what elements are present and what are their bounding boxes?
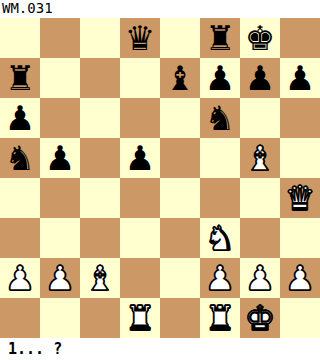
square-b2[interactable]: ♟ xyxy=(40,258,80,298)
square-c4[interactable] xyxy=(80,178,120,218)
square-h6[interactable] xyxy=(280,98,320,138)
square-e8[interactable] xyxy=(160,18,200,58)
square-a6[interactable]: ♟ xyxy=(0,98,40,138)
square-a7[interactable]: ♜ xyxy=(0,58,40,98)
square-e1[interactable] xyxy=(160,298,200,338)
square-b3[interactable] xyxy=(40,218,80,258)
piece-white-knight[interactable]: ♞ xyxy=(205,218,235,258)
square-a3[interactable] xyxy=(0,218,40,258)
piece-black-queen[interactable]: ♛ xyxy=(125,18,155,58)
square-c5[interactable] xyxy=(80,138,120,178)
square-d2[interactable] xyxy=(120,258,160,298)
square-g3[interactable] xyxy=(240,218,280,258)
square-f6[interactable]: ♞ xyxy=(200,98,240,138)
square-d3[interactable] xyxy=(120,218,160,258)
square-c8[interactable] xyxy=(80,18,120,58)
piece-white-rook[interactable]: ♜ xyxy=(125,298,155,338)
square-d6[interactable] xyxy=(120,98,160,138)
square-g8[interactable]: ♚ xyxy=(240,18,280,58)
piece-black-bishop[interactable]: ♝ xyxy=(165,58,195,98)
square-e3[interactable] xyxy=(160,218,200,258)
square-f2[interactable]: ♟ xyxy=(200,258,240,298)
square-e7[interactable]: ♝ xyxy=(160,58,200,98)
square-f7[interactable]: ♟ xyxy=(200,58,240,98)
square-d1[interactable]: ♜ xyxy=(120,298,160,338)
square-f8[interactable]: ♜ xyxy=(200,18,240,58)
square-g7[interactable]: ♟ xyxy=(240,58,280,98)
piece-black-pawn[interactable]: ♟ xyxy=(125,138,155,178)
square-c6[interactable] xyxy=(80,98,120,138)
piece-black-knight[interactable]: ♞ xyxy=(205,98,235,138)
square-e6[interactable] xyxy=(160,98,200,138)
piece-white-bishop[interactable]: ♝ xyxy=(245,138,275,178)
square-f4[interactable] xyxy=(200,178,240,218)
square-a2[interactable]: ♟ xyxy=(0,258,40,298)
square-g4[interactable] xyxy=(240,178,280,218)
piece-black-king[interactable]: ♚ xyxy=(245,18,275,58)
square-a5[interactable]: ♞ xyxy=(0,138,40,178)
square-g2[interactable]: ♟ xyxy=(240,258,280,298)
square-c2[interactable]: ♝ xyxy=(80,258,120,298)
square-f5[interactable] xyxy=(200,138,240,178)
square-a1[interactable] xyxy=(0,298,40,338)
square-f1[interactable]: ♜ xyxy=(200,298,240,338)
piece-white-pawn[interactable]: ♟ xyxy=(245,258,275,298)
piece-black-rook[interactable]: ♜ xyxy=(5,58,35,98)
square-f3[interactable]: ♞ xyxy=(200,218,240,258)
square-h4[interactable]: ♛ xyxy=(280,178,320,218)
square-c3[interactable] xyxy=(80,218,120,258)
square-b5[interactable]: ♟ xyxy=(40,138,80,178)
chess-board: ♛♜♚♜♝♟♟♟♟♞♞♟♟♝♛♞♟♟♝♟♟♟♜♜♚ xyxy=(0,18,320,338)
square-d7[interactable] xyxy=(120,58,160,98)
square-b6[interactable] xyxy=(40,98,80,138)
square-h3[interactable] xyxy=(280,218,320,258)
square-b8[interactable] xyxy=(40,18,80,58)
square-h1[interactable] xyxy=(280,298,320,338)
piece-white-king[interactable]: ♚ xyxy=(245,298,275,338)
square-e2[interactable] xyxy=(160,258,200,298)
square-b4[interactable] xyxy=(40,178,80,218)
piece-white-pawn[interactable]: ♟ xyxy=(205,258,235,298)
square-b7[interactable] xyxy=(40,58,80,98)
chess-app-window: WM.031 ♛♜♚♜♝♟♟♟♟♞♞♟♟♝♛♞♟♟♝♟♟♟♜♜♚ 1... ? xyxy=(0,0,320,360)
square-b1[interactable] xyxy=(40,298,80,338)
square-d5[interactable]: ♟ xyxy=(120,138,160,178)
square-g6[interactable] xyxy=(240,98,280,138)
square-d8[interactable]: ♛ xyxy=(120,18,160,58)
piece-white-queen[interactable]: ♛ xyxy=(285,178,315,218)
piece-black-pawn[interactable]: ♟ xyxy=(285,58,315,98)
square-g5[interactable]: ♝ xyxy=(240,138,280,178)
piece-black-pawn[interactable]: ♟ xyxy=(245,58,275,98)
piece-white-pawn[interactable]: ♟ xyxy=(285,258,315,298)
square-c1[interactable] xyxy=(80,298,120,338)
piece-black-pawn[interactable]: ♟ xyxy=(45,138,75,178)
square-e4[interactable] xyxy=(160,178,200,218)
square-h8[interactable] xyxy=(280,18,320,58)
piece-black-pawn[interactable]: ♟ xyxy=(205,58,235,98)
piece-black-rook[interactable]: ♜ xyxy=(205,18,235,58)
square-c7[interactable] xyxy=(80,58,120,98)
square-d4[interactable] xyxy=(120,178,160,218)
piece-white-pawn[interactable]: ♟ xyxy=(5,258,35,298)
puzzle-title: WM.031 xyxy=(0,0,320,18)
piece-white-bishop[interactable]: ♝ xyxy=(85,258,115,298)
square-h5[interactable] xyxy=(280,138,320,178)
square-g1[interactable]: ♚ xyxy=(240,298,280,338)
piece-black-knight[interactable]: ♞ xyxy=(5,138,35,178)
piece-black-pawn[interactable]: ♟ xyxy=(5,98,35,138)
move-prompt: 1... ? xyxy=(0,338,320,360)
square-h2[interactable]: ♟ xyxy=(280,258,320,298)
square-h7[interactable]: ♟ xyxy=(280,58,320,98)
square-e5[interactable] xyxy=(160,138,200,178)
square-a4[interactable] xyxy=(0,178,40,218)
piece-white-pawn[interactable]: ♟ xyxy=(45,258,75,298)
piece-white-rook[interactable]: ♜ xyxy=(205,298,235,338)
square-a8[interactable] xyxy=(0,18,40,58)
